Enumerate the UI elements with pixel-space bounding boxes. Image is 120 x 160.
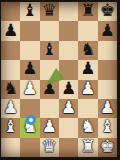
white-knight-f2: ♞ bbox=[80, 118, 95, 135]
square-b7[interactable]: ♟ bbox=[1, 21, 20, 40]
square-d6[interactable]: ♝ bbox=[40, 41, 59, 60]
square-d8[interactable]: ♛ bbox=[40, 2, 59, 21]
black-bishop-d6: ♝ bbox=[42, 41, 57, 58]
square-g7[interactable]: ♟ bbox=[98, 21, 117, 40]
black-pawn-c5: ♟ bbox=[22, 60, 37, 77]
square-b1[interactable] bbox=[1, 138, 20, 157]
white-pawn-d2: ♟ bbox=[42, 118, 57, 135]
square-f8[interactable]: ♜ bbox=[78, 2, 97, 21]
square-e5[interactable] bbox=[59, 60, 78, 79]
black-pawn-f5: ♟ bbox=[80, 60, 95, 77]
square-f4[interactable]: ♟ bbox=[78, 80, 97, 99]
black-king-g8: ♚ bbox=[100, 2, 115, 19]
black-rook-f8: ♜ bbox=[80, 2, 95, 19]
white-pawn-e3: ♟ bbox=[61, 99, 76, 116]
black-knight-b4: ♞ bbox=[3, 80, 18, 97]
square-b8[interactable] bbox=[1, 2, 20, 21]
black-pawn-e4: ♟ bbox=[61, 80, 76, 97]
black-pawn-g7: ♟ bbox=[100, 22, 115, 39]
white-pawn-c4: ♟ bbox=[22, 80, 37, 97]
black-pawn-d4: ♟ bbox=[42, 80, 57, 97]
square-g5[interactable] bbox=[98, 60, 117, 79]
white-king-g1: ♚ bbox=[100, 138, 115, 155]
square-e6[interactable] bbox=[59, 41, 78, 60]
square-g6[interactable] bbox=[98, 41, 117, 60]
white-pawn-b3: ♟ bbox=[3, 99, 18, 116]
square-f3[interactable] bbox=[78, 99, 97, 118]
square-g4[interactable] bbox=[98, 80, 117, 99]
square-c8[interactable]: ♝ bbox=[20, 2, 39, 21]
square-c6[interactable] bbox=[20, 41, 39, 60]
square-e7[interactable] bbox=[59, 21, 78, 40]
square-c2[interactable]: ♞ bbox=[20, 118, 39, 137]
square-e8[interactable] bbox=[59, 2, 78, 21]
black-knight-f6: ♞ bbox=[80, 41, 95, 58]
white-pawn-f4: ♟ bbox=[80, 80, 95, 97]
white-bishop-b2: ♝ bbox=[3, 118, 18, 135]
white-queen-d1: ♛ bbox=[42, 138, 57, 155]
square-g3[interactable]: ♟ bbox=[98, 99, 117, 118]
square-g1[interactable]: ♚ bbox=[98, 138, 117, 157]
square-d3[interactable] bbox=[40, 99, 59, 118]
square-d4[interactable]: ♟ bbox=[40, 80, 59, 99]
square-d7[interactable] bbox=[40, 21, 59, 40]
square-d1[interactable]: ♛ bbox=[40, 138, 59, 157]
white-knight-c2: ♞ bbox=[22, 118, 37, 135]
white-pawn-g3: ♟ bbox=[100, 99, 115, 116]
chess-board: ♝♛♜♚♟♟♝♞♟♟♞♟♟♟♟♟♟♟♝♞♟♞♝♛♜♚ bbox=[1, 2, 117, 157]
square-f5[interactable]: ♟ bbox=[78, 60, 97, 79]
square-e1[interactable] bbox=[59, 138, 78, 157]
square-b3[interactable]: ♟ bbox=[1, 99, 20, 118]
square-f2[interactable]: ♞ bbox=[78, 118, 97, 137]
square-b5[interactable] bbox=[1, 60, 20, 79]
square-c7[interactable] bbox=[20, 21, 39, 40]
black-pawn-b7: ♟ bbox=[3, 22, 18, 39]
square-e4[interactable]: ♟ bbox=[59, 80, 78, 99]
square-c4[interactable]: ♟ bbox=[20, 80, 39, 99]
square-g8[interactable]: ♚ bbox=[98, 2, 117, 21]
square-d2[interactable]: ♟ bbox=[40, 118, 59, 137]
square-f1[interactable]: ♜ bbox=[78, 138, 97, 157]
square-b2[interactable]: ♝ bbox=[1, 118, 20, 137]
white-rook-f1: ♜ bbox=[80, 138, 95, 155]
square-g2[interactable]: ♝ bbox=[98, 118, 117, 137]
chess-app-screenshot: { "game": "chess", "view": { "descriptio… bbox=[0, 0, 120, 160]
square-c1[interactable] bbox=[20, 138, 39, 157]
square-c5[interactable]: ♟ bbox=[20, 60, 39, 79]
square-c3[interactable] bbox=[20, 99, 39, 118]
square-b6[interactable] bbox=[1, 41, 20, 60]
black-queen-d8: ♛ bbox=[42, 2, 57, 19]
square-f7[interactable] bbox=[78, 21, 97, 40]
white-bishop-g2: ♝ bbox=[100, 118, 115, 135]
square-b4[interactable]: ♞ bbox=[1, 80, 20, 99]
square-f6[interactable]: ♞ bbox=[78, 41, 97, 60]
square-e3[interactable]: ♟ bbox=[59, 99, 78, 118]
black-bishop-c8: ♝ bbox=[22, 2, 37, 19]
square-d5[interactable] bbox=[40, 60, 59, 79]
square-e2[interactable] bbox=[59, 118, 78, 137]
